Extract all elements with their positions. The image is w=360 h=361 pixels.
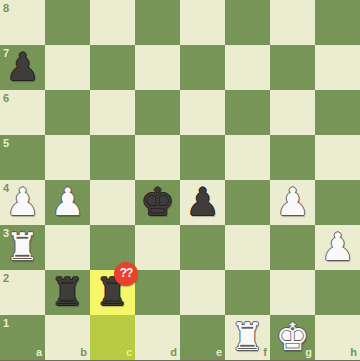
square-d6[interactable]	[135, 90, 180, 135]
square-b3[interactable]	[45, 225, 90, 270]
square-g1[interactable]: g♚	[270, 315, 315, 360]
square-a7[interactable]: 7♟	[0, 45, 45, 90]
square-b5[interactable]	[45, 135, 90, 180]
square-a1[interactable]: 1a	[0, 315, 45, 360]
rank-label-5: 5	[3, 138, 9, 149]
white-rook[interactable]: ♜	[0, 225, 45, 270]
rank-label-8: 8	[3, 3, 9, 14]
square-f1[interactable]: f♜	[225, 315, 270, 360]
square-h2[interactable]	[315, 270, 360, 315]
square-d7[interactable]	[135, 45, 180, 90]
rank-label-1: 1	[3, 318, 9, 329]
square-e8[interactable]	[180, 0, 225, 45]
square-e2[interactable]	[180, 270, 225, 315]
square-g8[interactable]	[270, 0, 315, 45]
square-e5[interactable]	[180, 135, 225, 180]
square-d4[interactable]: ♚	[135, 180, 180, 225]
square-h5[interactable]	[315, 135, 360, 180]
black-pawn[interactable]: ♟	[180, 180, 225, 225]
file-label-e: e	[216, 347, 222, 358]
square-e6[interactable]	[180, 90, 225, 135]
square-a8[interactable]: 8	[0, 0, 45, 45]
square-a5[interactable]: 5	[0, 135, 45, 180]
square-h1[interactable]: h	[315, 315, 360, 360]
black-pawn[interactable]: ♟	[0, 45, 45, 90]
file-label-h: h	[350, 347, 357, 358]
white-pawn[interactable]: ♟	[315, 225, 360, 270]
square-f7[interactable]	[225, 45, 270, 90]
square-c8[interactable]	[90, 0, 135, 45]
square-h8[interactable]	[315, 0, 360, 45]
square-f6[interactable]	[225, 90, 270, 135]
white-king[interactable]: ♚	[270, 315, 315, 360]
square-f5[interactable]	[225, 135, 270, 180]
square-c5[interactable]	[90, 135, 135, 180]
square-b4[interactable]: ♟	[45, 180, 90, 225]
square-e4[interactable]: ♟	[180, 180, 225, 225]
white-pawn[interactable]: ♟	[0, 180, 45, 225]
square-b6[interactable]	[45, 90, 90, 135]
square-a4[interactable]: 4♟	[0, 180, 45, 225]
square-f4[interactable]	[225, 180, 270, 225]
white-pawn[interactable]: ♟	[270, 180, 315, 225]
square-f3[interactable]	[225, 225, 270, 270]
square-f2[interactable]	[225, 270, 270, 315]
square-h3[interactable]: ♟	[315, 225, 360, 270]
square-d3[interactable]	[135, 225, 180, 270]
square-a3[interactable]: 3♜	[0, 225, 45, 270]
white-pawn[interactable]: ♟	[45, 180, 90, 225]
square-h7[interactable]	[315, 45, 360, 90]
file-label-d: d	[170, 347, 177, 358]
square-e7[interactable]	[180, 45, 225, 90]
square-b1[interactable]: b	[45, 315, 90, 360]
blunder-badge: ??	[114, 262, 138, 286]
square-e1[interactable]: e	[180, 315, 225, 360]
chess-board-wrap: 87♟654♟♟♚♟♟3♜♟2♜♜1abcdef♜g♚h ??	[0, 0, 360, 360]
square-g7[interactable]	[270, 45, 315, 90]
square-g3[interactable]	[270, 225, 315, 270]
square-d5[interactable]	[135, 135, 180, 180]
chess-board: 87♟654♟♟♚♟♟3♜♟2♜♜1abcdef♜g♚h	[0, 0, 360, 360]
square-a2[interactable]: 2	[0, 270, 45, 315]
square-h6[interactable]	[315, 90, 360, 135]
square-h4[interactable]	[315, 180, 360, 225]
rank-label-6: 6	[3, 93, 9, 104]
square-b2[interactable]: ♜	[45, 270, 90, 315]
black-king[interactable]: ♚	[135, 180, 180, 225]
square-d2[interactable]	[135, 270, 180, 315]
square-b8[interactable]	[45, 0, 90, 45]
rank-label-2: 2	[3, 273, 9, 284]
square-c4[interactable]	[90, 180, 135, 225]
square-d8[interactable]	[135, 0, 180, 45]
square-g4[interactable]: ♟	[270, 180, 315, 225]
square-f8[interactable]	[225, 0, 270, 45]
file-label-b: b	[80, 347, 87, 358]
square-c6[interactable]	[90, 90, 135, 135]
file-label-a: a	[36, 347, 42, 358]
square-e3[interactable]	[180, 225, 225, 270]
square-b7[interactable]	[45, 45, 90, 90]
square-g6[interactable]	[270, 90, 315, 135]
white-rook[interactable]: ♜	[225, 315, 270, 360]
square-g5[interactable]	[270, 135, 315, 180]
file-label-c: c	[126, 347, 132, 358]
square-a6[interactable]: 6	[0, 90, 45, 135]
square-g2[interactable]	[270, 270, 315, 315]
square-c7[interactable]	[90, 45, 135, 90]
square-d1[interactable]: d	[135, 315, 180, 360]
square-c1[interactable]: c	[90, 315, 135, 360]
black-rook[interactable]: ♜	[45, 270, 90, 315]
